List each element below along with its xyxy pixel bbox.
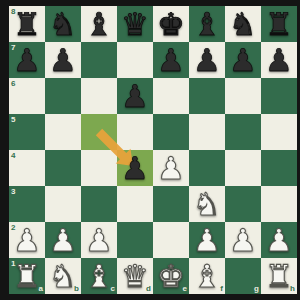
piece-white-bishop-c1[interactable]: ♝ <box>81 258 117 294</box>
piece-white-rook-a1[interactable]: ♜ <box>9 258 45 294</box>
piece-black-knight-g8[interactable]: ♞ <box>225 6 261 42</box>
piece-black-queen-d8[interactable]: ♛ <box>117 6 153 42</box>
piece-black-pawn-g7[interactable]: ♟ <box>225 42 261 78</box>
piece-black-bishop-f8[interactable]: ♝ <box>189 6 225 42</box>
piece-black-pawn-e7[interactable]: ♟ <box>153 42 189 78</box>
piece-black-pawn-f7[interactable]: ♟ <box>189 42 225 78</box>
piece-black-pawn-d6[interactable]: ♟ <box>117 78 153 114</box>
piece-white-king-e1[interactable]: ♚ <box>153 258 189 294</box>
piece-white-pawn-h2[interactable]: ♟ <box>261 222 297 258</box>
chess-app-window: 87654321abcdefgh ♜♞♝♛♚♝♞♜♟♟♟♟♟♟♟♟♟♞♟♟♟♟♟… <box>0 0 300 300</box>
piece-white-rook-h1[interactable]: ♜ <box>261 258 297 294</box>
piece-white-queen-d1[interactable]: ♛ <box>117 258 153 294</box>
piece-black-pawn-a7[interactable]: ♟ <box>9 42 45 78</box>
piece-white-pawn-a2[interactable]: ♟ <box>9 222 45 258</box>
piece-white-pawn-f2[interactable]: ♟ <box>189 222 225 258</box>
pieces-layer: ♜♞♝♛♚♝♞♜♟♟♟♟♟♟♟♟♟♞♟♟♟♟♟♟♜♞♝♛♚♝♜ <box>9 6 297 294</box>
piece-black-pawn-b7[interactable]: ♟ <box>45 42 81 78</box>
piece-white-bishop-f1[interactable]: ♝ <box>189 258 225 294</box>
piece-black-knight-b8[interactable]: ♞ <box>45 6 81 42</box>
piece-black-pawn-d4[interactable]: ♟ <box>117 150 153 186</box>
piece-white-knight-f3[interactable]: ♞ <box>189 186 225 222</box>
piece-white-knight-b1[interactable]: ♞ <box>45 258 81 294</box>
piece-white-pawn-c2[interactable]: ♟ <box>81 222 117 258</box>
piece-black-pawn-h7[interactable]: ♟ <box>261 42 297 78</box>
piece-black-bishop-c8[interactable]: ♝ <box>81 6 117 42</box>
piece-black-king-e8[interactable]: ♚ <box>153 6 189 42</box>
piece-white-pawn-e4[interactable]: ♟ <box>153 150 189 186</box>
piece-black-rook-a8[interactable]: ♜ <box>9 6 45 42</box>
piece-black-rook-h8[interactable]: ♜ <box>261 6 297 42</box>
piece-white-pawn-g2[interactable]: ♟ <box>225 222 261 258</box>
piece-white-pawn-b2[interactable]: ♟ <box>45 222 81 258</box>
